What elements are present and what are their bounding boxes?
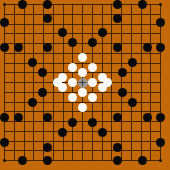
black-stone[interactable] [18,0,27,9]
black-stone[interactable] [156,113,165,122]
grid-line-horizontal [4,33,161,34]
black-stone[interactable] [156,43,165,52]
grid-line-vertical [24,4,25,161]
black-stone[interactable] [113,0,122,9]
white-stone[interactable] [88,78,97,87]
black-stone[interactable] [58,28,67,37]
grid-line-vertical [150,4,151,161]
black-stone[interactable] [113,14,122,23]
white-stone[interactable] [78,68,87,77]
black-stone[interactable] [58,128,67,137]
white-stone[interactable] [68,78,77,87]
black-stone[interactable] [14,43,23,52]
black-stone[interactable] [138,156,147,165]
black-stone[interactable] [18,156,27,165]
grid-line-horizontal [4,141,161,142]
black-stone[interactable] [98,128,107,137]
black-stone[interactable] [38,68,47,77]
grid-line-vertical [14,4,15,161]
black-stone[interactable] [43,143,52,152]
black-stone[interactable] [0,18,9,27]
black-stone[interactable] [88,38,97,47]
black-stone[interactable] [113,113,122,122]
grid-line-horizontal [4,24,161,25]
black-stone[interactable] [43,43,52,52]
grid-line-horizontal [4,121,161,122]
black-stone[interactable] [28,98,37,107]
corner-dot-stone[interactable] [159,159,163,163]
go-board[interactable] [0,0,170,170]
black-stone[interactable] [28,58,37,67]
corner-dot-stone[interactable] [3,159,7,163]
black-stone[interactable] [43,156,52,165]
grid-line-vertical [131,4,132,161]
grid-line-vertical [141,4,142,161]
corner-dot-stone[interactable] [3,3,7,7]
black-stone[interactable] [14,113,23,122]
black-stone[interactable] [128,58,137,67]
black-stone[interactable] [138,0,147,9]
grid-line-horizontal [4,150,161,151]
black-stone[interactable] [118,88,127,97]
black-stone[interactable] [43,113,52,122]
white-stone[interactable] [98,83,107,92]
white-stone[interactable] [78,88,87,97]
black-stone[interactable] [156,138,165,147]
grid-line-vertical [121,4,122,161]
black-stone[interactable] [113,156,122,165]
white-stone[interactable] [58,83,67,92]
white-stone[interactable] [78,53,87,62]
grid-line-vertical [33,4,34,161]
black-stone[interactable] [0,113,9,122]
grid-line-horizontal [4,131,161,132]
white-stone[interactable] [88,93,97,102]
black-stone[interactable] [98,28,107,37]
black-stone[interactable] [88,118,97,127]
black-stone[interactable] [43,0,52,9]
grid-line-horizontal [4,43,161,44]
corner-dot-stone[interactable] [159,3,163,7]
black-stone[interactable] [143,113,152,122]
black-stone[interactable] [128,98,137,107]
black-stone[interactable] [143,43,152,52]
grid-line-horizontal [4,14,161,15]
white-stone[interactable] [68,93,77,102]
white-stone[interactable] [78,103,87,112]
black-stone[interactable] [113,43,122,52]
black-stone[interactable] [113,143,122,152]
black-stone[interactable] [118,68,127,77]
black-stone[interactable] [68,38,77,47]
black-stone[interactable] [38,88,47,97]
black-stone[interactable] [0,43,9,52]
white-stone[interactable] [88,63,97,72]
grid-line-vertical [43,4,44,161]
black-stone[interactable] [156,18,165,27]
black-stone[interactable] [68,118,77,127]
black-stone[interactable] [43,14,52,23]
white-stone[interactable] [68,63,77,72]
black-stone[interactable] [0,138,9,147]
center-cross-stone[interactable] [78,78,88,88]
